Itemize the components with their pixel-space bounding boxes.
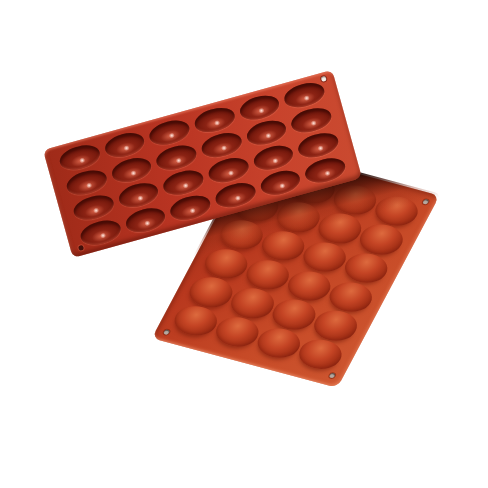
hanging-hole-icon bbox=[321, 76, 327, 82]
hanging-hole-icon bbox=[329, 373, 336, 379]
hanging-hole-icon bbox=[163, 329, 170, 335]
hanging-hole-icon bbox=[422, 199, 429, 205]
product-photo-canvas bbox=[0, 0, 488, 488]
